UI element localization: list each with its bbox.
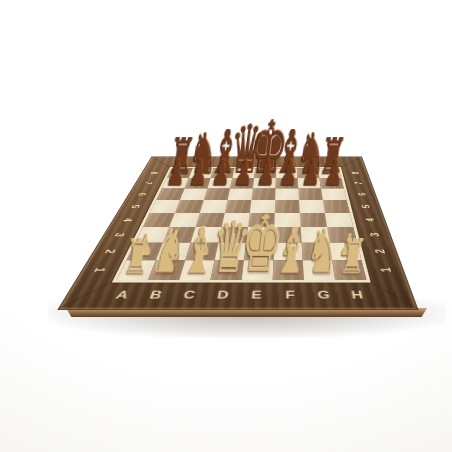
- square-g1: ♞: [303, 260, 335, 280]
- rank-label-right-5: 5: [351, 199, 380, 214]
- square-e3: [246, 227, 274, 243]
- black-bishop: ♝: [271, 129, 308, 176]
- square-c6: [204, 189, 230, 201]
- square-f7: ♟: [276, 178, 299, 189]
- rank-label-right-7: 7: [345, 177, 371, 189]
- square-g7: ♟: [298, 178, 321, 189]
- square-d6: [228, 189, 253, 201]
- square-c3: [191, 227, 222, 243]
- square-h5: [323, 200, 350, 213]
- square-e4: [248, 213, 275, 227]
- square-h2: ♟: [329, 243, 361, 261]
- square-e5: [250, 200, 275, 213]
- square-d4: [222, 213, 250, 227]
- square-c4: [195, 213, 224, 227]
- square-h8: ♜: [318, 168, 341, 178]
- square-b6: [180, 189, 207, 201]
- square-f4: [274, 213, 300, 227]
- file-labels: ABCDEFGH: [100, 285, 376, 305]
- rank-label-right-1: 1: [367, 259, 404, 282]
- square-b1: ♞: [148, 260, 185, 280]
- rank-label-right-6: 6: [348, 188, 375, 202]
- square-a6: [156, 189, 184, 201]
- file-label-h: H: [339, 285, 377, 305]
- square-h4: [325, 213, 353, 227]
- square-d8: ♛: [232, 168, 255, 178]
- square-g8: ♞: [297, 168, 319, 178]
- square-e1: ♚: [242, 260, 274, 280]
- square-e2: ♟: [244, 243, 274, 261]
- chess-board: 12345678 12345678 ABCDEFGH ♜♞♝♛♚♝♞♜♟♟♟♟♟…: [59, 157, 417, 309]
- square-f8: ♝: [276, 168, 298, 178]
- rank-label-right-2: 2: [362, 242, 397, 262]
- rank-label-right-4: 4: [355, 212, 386, 228]
- file-label-f: F: [273, 285, 308, 305]
- square-h3: [327, 227, 357, 243]
- square-c7: ♟: [207, 178, 232, 189]
- rank-label-right-3: 3: [358, 226, 391, 244]
- square-d3: [218, 227, 248, 243]
- square-g5: [299, 200, 325, 213]
- square-f6: [275, 189, 299, 201]
- square-e7: ♟: [253, 178, 276, 189]
- product-photo-scene: 12345678 12345678 ABCDEFGH ♜♞♝♛♚♝♞♜♟♟♟♟♟…: [0, 0, 452, 452]
- square-g4: [300, 213, 327, 227]
- board-perspective-wrapper: 12345678 12345678 ABCDEFGH ♜♞♝♛♚♝♞♜♟♟♟♟♟…: [102, 81, 398, 345]
- file-label-e: E: [238, 285, 273, 305]
- square-g3: [301, 227, 330, 243]
- file-label-d: D: [204, 285, 241, 305]
- rank-label-right-8: 8: [343, 167, 368, 178]
- square-f3: [274, 227, 302, 243]
- square-c8: ♝: [211, 168, 235, 178]
- square-c2: ♟: [185, 243, 218, 261]
- square-a1: ♜: [117, 260, 156, 280]
- square-d1: ♛: [210, 260, 244, 280]
- square-h6: [321, 189, 347, 201]
- black-knight: ♞: [186, 131, 221, 175]
- square-e8: ♚: [254, 168, 276, 178]
- square-d5: [225, 200, 252, 213]
- square-d2: ♟: [215, 243, 247, 261]
- square-f5: [275, 200, 300, 213]
- square-h1: ♜: [332, 260, 366, 280]
- square-d7: ♟: [230, 178, 254, 189]
- black-knight: ♞: [293, 131, 328, 175]
- square-g2: ♟: [302, 243, 332, 261]
- square-c5: [200, 200, 228, 213]
- black-bishop: ♝: [206, 129, 243, 176]
- square-e6: [251, 189, 275, 201]
- square-g6: [298, 189, 323, 201]
- square-h7: ♟: [319, 178, 343, 189]
- square-f1: ♝: [273, 260, 304, 280]
- file-label-g: G: [306, 285, 342, 305]
- square-f2: ♟: [273, 243, 302, 261]
- square-c1: ♝: [179, 260, 214, 280]
- file-label-c: C: [169, 285, 208, 305]
